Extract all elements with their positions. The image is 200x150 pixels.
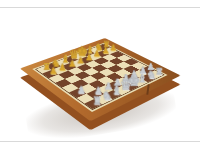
product-photo: ♜♞♝♛♚♝♞♜♟♟♟♟♟♟♟♟♟♟♟♟♟♟♟♟♜♞♝♛♚♝♞♜: [0, 0, 200, 150]
piece-gold-r-h8: ♜: [96, 40, 117, 48]
square-f4: [107, 65, 123, 73]
scene: ♜♞♝♛♚♝♞♜♟♟♟♟♟♟♟♟♟♟♟♟♟♟♟♟♜♞♝♛♚♝♞♜: [0, 0, 200, 150]
piece-silver-p-h2: ♟: [139, 63, 162, 72]
